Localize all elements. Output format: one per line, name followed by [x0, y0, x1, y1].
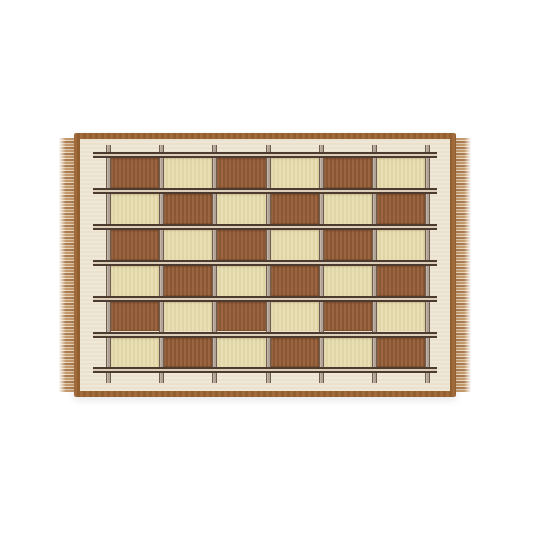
board-cell-r1c6 [377, 158, 425, 188]
board-cell-r5c1 [111, 302, 159, 332]
board-cell-r4c4 [271, 266, 319, 296]
board-cell-r2c4 [271, 194, 319, 224]
board-cell-r3c6 [377, 230, 425, 260]
board-cell-r2c5 [324, 194, 372, 224]
grid-horizontal-line-5 [93, 296, 437, 302]
board-cell-r6c5 [324, 338, 372, 368]
board-cell-r1c2 [164, 158, 212, 188]
board-cell-r2c2 [164, 194, 212, 224]
grid-horizontal-line-1 [93, 152, 437, 158]
board-cell-r4c1 [111, 266, 159, 296]
board-cell-r4c2 [164, 266, 212, 296]
board-cell-r1c3 [217, 158, 265, 188]
grid-horizontal-line-2 [93, 188, 437, 194]
board-cell-r2c3 [217, 194, 265, 224]
board-cell-r4c5 [324, 266, 372, 296]
board-cell-r5c3 [217, 302, 265, 332]
rug-binding [74, 133, 456, 397]
board-cell-r1c4 [271, 158, 319, 188]
grid-horizontal-line-4 [93, 260, 437, 266]
board-cell-r5c4 [271, 302, 319, 332]
board-cell-r6c2 [164, 338, 212, 368]
grid-horizontal-line-7 [93, 367, 437, 373]
board-cell-r4c3 [217, 266, 265, 296]
board-cell-r4c6 [377, 266, 425, 296]
board-cell-r2c6 [377, 194, 425, 224]
checkered-rug [59, 133, 471, 397]
board-cell-r6c3 [217, 338, 265, 368]
board-grid [74, 133, 456, 397]
board-cell-r3c5 [324, 230, 372, 260]
board-cell-r3c3 [217, 230, 265, 260]
fringe-left [59, 138, 74, 392]
board-cell-r6c4 [271, 338, 319, 368]
board-cell-r6c1 [111, 338, 159, 368]
product-photo-background [0, 0, 533, 533]
board-cell-r1c1 [111, 158, 159, 188]
board-cell-r5c5 [324, 302, 372, 332]
fringe-right [456, 138, 471, 392]
grid-horizontal-line-6 [93, 332, 437, 338]
board-cell-r3c2 [164, 230, 212, 260]
board-cell-r2c1 [111, 194, 159, 224]
board-cell-r6c6 [377, 338, 425, 368]
board-cell-r5c2 [164, 302, 212, 332]
board-cell-r3c4 [271, 230, 319, 260]
board-cell-r1c5 [324, 158, 372, 188]
grid-horizontal-line-3 [93, 224, 437, 230]
board-cell-r3c1 [111, 230, 159, 260]
board-cell-r5c6 [377, 302, 425, 332]
